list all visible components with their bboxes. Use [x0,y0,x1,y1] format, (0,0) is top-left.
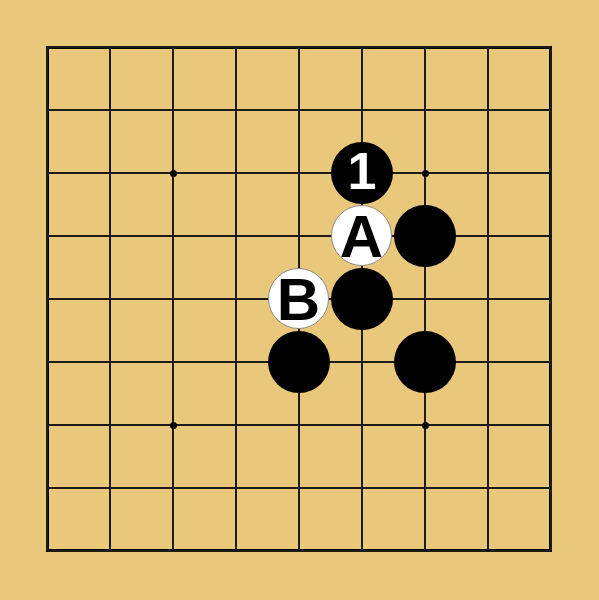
star-point [170,170,177,177]
intersection-C8 [142,79,205,142]
intersection-D7 [205,142,268,205]
intersection-J9 [520,16,583,79]
intersection-E6 [268,205,331,268]
intersection-E8 [268,79,331,142]
intersection-G9 [394,16,457,79]
intersection-C7 [142,142,205,205]
black-stone [394,205,456,267]
intersection-F2 [331,457,394,520]
intersection-D6 [205,205,268,268]
stone-label: A [340,207,383,267]
black-stone: 1 [331,142,393,204]
intersection-J1 [520,520,583,583]
intersection-G8 [394,79,457,142]
intersection-E7 [268,142,331,205]
stone-label: B [277,270,320,330]
intersection-B4 [79,331,142,394]
intersection-A8 [16,79,79,142]
intersection-G3 [394,394,457,457]
intersection-F7: 1 [331,142,394,205]
intersection-A1 [16,520,79,583]
intersection-H3 [457,394,520,457]
intersection-C4 [142,331,205,394]
intersection-D9 [205,16,268,79]
intersection-D8 [205,79,268,142]
intersection-B1 [79,520,142,583]
intersection-J5 [520,268,583,331]
intersection-H9 [457,16,520,79]
intersection-G4 [394,331,457,394]
intersection-D5 [205,268,268,331]
star-point [170,422,177,429]
intersection-G2 [394,457,457,520]
intersection-E4 [268,331,331,394]
go-diagram: 1AB [0,0,599,600]
intersection-H4 [457,331,520,394]
intersection-B8 [79,79,142,142]
intersection-H1 [457,520,520,583]
intersection-B5 [79,268,142,331]
intersection-J4 [520,331,583,394]
intersection-D1 [205,520,268,583]
intersection-B9 [79,16,142,79]
intersection-F6: A [331,205,394,268]
intersection-H7 [457,142,520,205]
black-stone [268,331,330,393]
intersection-H8 [457,79,520,142]
intersection-J7 [520,142,583,205]
white-stone: A [331,205,392,266]
intersection-A2 [16,457,79,520]
intersection-F9 [331,16,394,79]
black-stone [331,268,393,330]
intersection-E9 [268,16,331,79]
intersection-A3 [16,394,79,457]
intersection-J3 [520,394,583,457]
intersection-E1 [268,520,331,583]
intersection-B2 [79,457,142,520]
intersection-J2 [520,457,583,520]
intersection-D4 [205,331,268,394]
intersection-C5 [142,268,205,331]
intersection-D3 [205,394,268,457]
intersection-F4 [331,331,394,394]
intersection-H6 [457,205,520,268]
intersection-E2 [268,457,331,520]
intersection-F3 [331,394,394,457]
intersection-E5: B [268,268,331,331]
intersection-C3 [142,394,205,457]
intersection-H5 [457,268,520,331]
intersection-C6 [142,205,205,268]
intersection-J8 [520,79,583,142]
intersection-G1 [394,520,457,583]
intersection-H2 [457,457,520,520]
intersection-C2 [142,457,205,520]
go-board: 1AB [16,16,583,583]
intersection-A4 [16,331,79,394]
intersection-A6 [16,205,79,268]
intersection-B7 [79,142,142,205]
intersection-C1 [142,520,205,583]
star-point [422,170,429,177]
stone-label: 1 [348,145,377,197]
intersection-A7 [16,142,79,205]
intersection-D2 [205,457,268,520]
intersection-G7 [394,142,457,205]
intersection-F1 [331,520,394,583]
intersection-A9 [16,16,79,79]
intersection-J6 [520,205,583,268]
intersection-G6 [394,205,457,268]
intersection-G5 [394,268,457,331]
white-stone: B [268,268,329,329]
star-point [422,422,429,429]
intersection-F8 [331,79,394,142]
intersection-B6 [79,205,142,268]
intersection-F5 [331,268,394,331]
intersection-B3 [79,394,142,457]
intersection-E3 [268,394,331,457]
black-stone [394,331,456,393]
intersection-A5 [16,268,79,331]
intersection-C9 [142,16,205,79]
